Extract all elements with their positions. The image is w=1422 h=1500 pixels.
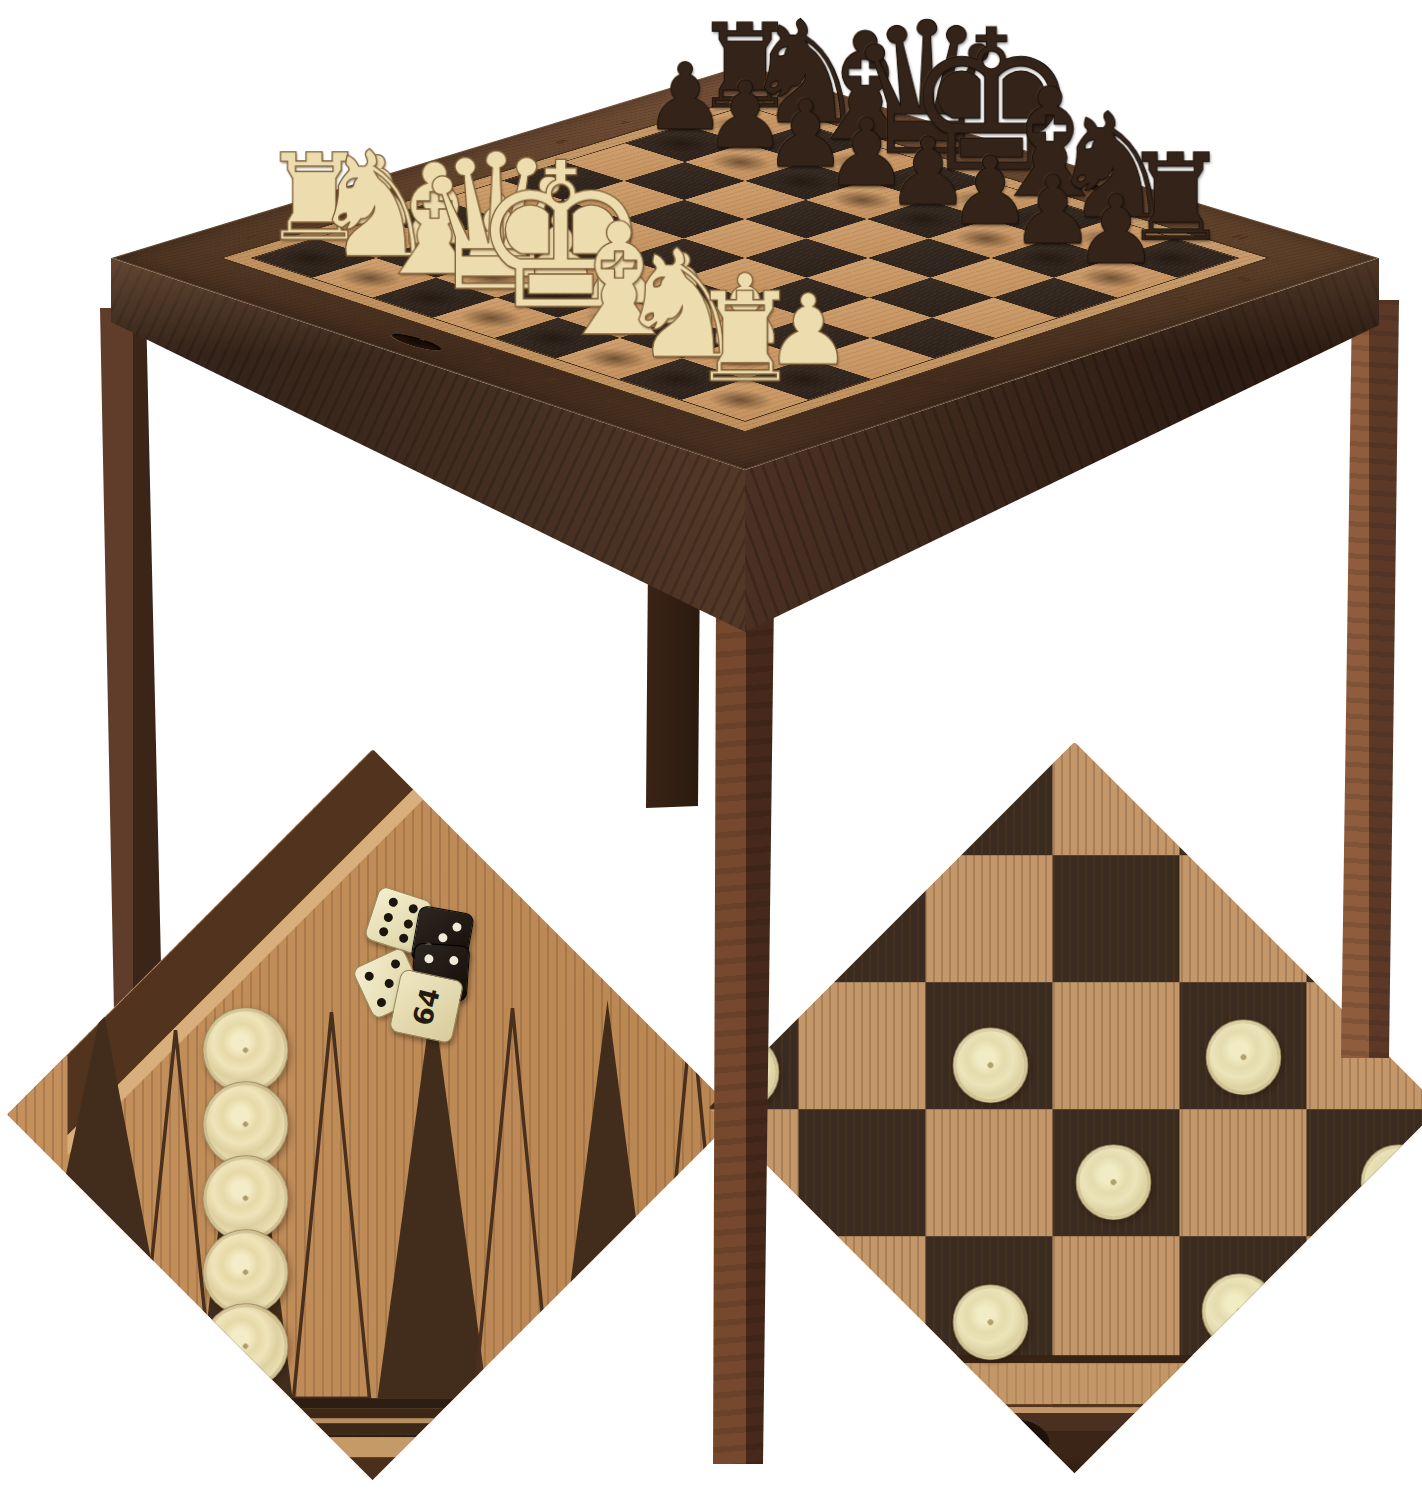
border-top-line bbox=[710, 1355, 1422, 1363]
die-pip bbox=[437, 931, 447, 941]
point-light bbox=[138, 1030, 214, 1398]
tray-rim bbox=[7, 1437, 737, 1457]
die-pip bbox=[383, 977, 395, 989]
finger-notch bbox=[978, 1419, 1050, 1467]
die-pip bbox=[389, 958, 401, 970]
die-pip bbox=[403, 917, 414, 928]
backgammon-checker bbox=[203, 1007, 289, 1093]
piece-glyph: ♜ bbox=[657, 276, 833, 400]
backgammon-checker bbox=[202, 1155, 288, 1241]
point-dark bbox=[378, 995, 488, 1398]
backgammon-checker bbox=[202, 1081, 288, 1167]
tray-bottom-wedge bbox=[7, 1457, 737, 1481]
checkers-border-strip: DC bbox=[710, 1363, 1422, 1404]
die-pip bbox=[376, 995, 388, 1007]
checkers-disc bbox=[1202, 1273, 1278, 1349]
tray-wedge bbox=[710, 1407, 1422, 1474]
piece-glyph: ♟ bbox=[1030, 182, 1201, 277]
table-leg-right bbox=[1341, 300, 1399, 1058]
doubling-cube: 64 bbox=[389, 968, 465, 1044]
point-dark bbox=[556, 1000, 660, 1398]
die-pip bbox=[364, 970, 376, 982]
backgammon-checker bbox=[203, 1303, 289, 1389]
point-light bbox=[474, 1008, 550, 1398]
checkers-disc bbox=[1206, 1019, 1282, 1095]
checkers-disc bbox=[953, 1027, 1029, 1103]
point-light bbox=[294, 1012, 370, 1398]
doubling-cube-label: 64 bbox=[407, 984, 446, 1028]
die-pip bbox=[387, 896, 398, 907]
table-leg-left bbox=[98, 308, 162, 1012]
die-pip bbox=[450, 955, 460, 965]
table-leg-front bbox=[713, 598, 774, 1464]
backgammon-checker bbox=[202, 1229, 288, 1315]
bar-highlight bbox=[7, 1418, 737, 1423]
checkers-disc bbox=[953, 1284, 1029, 1360]
bar-line bbox=[8, 1434, 738, 1437]
page: { "game": "chess (multi-game wooden tabl… bbox=[0, 0, 1422, 1500]
die-pip bbox=[398, 932, 409, 943]
die-pip bbox=[424, 953, 434, 963]
die-pip bbox=[452, 921, 462, 931]
bar-baseline bbox=[7, 1398, 737, 1408]
border-bottom-line bbox=[710, 1404, 1422, 1407]
checkers-disc bbox=[1076, 1144, 1152, 1220]
die-pip bbox=[378, 925, 389, 936]
die-pip bbox=[383, 910, 394, 921]
inset-checkers-diamond: DC bbox=[709, 742, 1422, 1473]
checkers-board: DC bbox=[710, 743, 1422, 1473]
